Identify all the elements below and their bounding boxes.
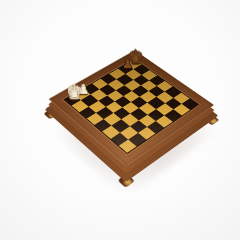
photo-background: ♜♞♝♛♚♝♞♜♟♟♟♟♟♟♟♟♟♟♟♟♟♟♟♟♜♞♝♛♚♝♞♜ — [0, 0, 240, 240]
chess-set-photo: ♜♞♝♛♚♝♞♜♟♟♟♟♟♟♟♟♟♟♟♟♟♟♟♟♜♞♝♛♚♝♞♜ — [0, 0, 240, 240]
chess-board: ♜♞♝♛♚♝♞♜♟♟♟♟♟♟♟♟♟♟♟♟♟♟♟♟♜♞♝♛♚♝♞♜ — [48, 50, 214, 167]
